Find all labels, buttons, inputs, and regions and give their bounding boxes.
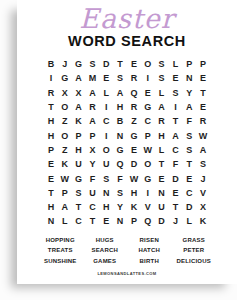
grid-cell-f7: G (113, 143, 127, 157)
grid-cell-f1: T (113, 57, 127, 71)
grid-cell-k12: L (182, 214, 196, 228)
grid-cell-j6: A (168, 128, 182, 142)
grid-cell-k11: D (182, 200, 196, 214)
grid-cell-k9: E (182, 171, 196, 185)
page-title-heading: WORD SEARCH (17, 34, 237, 49)
grid-cell-l8: S (196, 157, 210, 171)
grid-cell-k6: S (182, 128, 196, 142)
grid-cell-b6: O (58, 128, 72, 142)
grid-cell-a10: T (44, 186, 58, 200)
grid-cell-e1: D (99, 57, 113, 71)
grid-cell-j9: D (168, 171, 182, 185)
grid-cell-k1: P (182, 57, 196, 71)
grid-cell-k5: F (182, 114, 196, 128)
grid-cell-h10: I (141, 186, 155, 200)
grid-cell-c11: T (72, 200, 86, 214)
grid-cell-l10: V (196, 186, 210, 200)
grid-cell-c6: P (72, 128, 86, 142)
grid-cell-h4: G (141, 100, 155, 114)
grid-cell-e8: U (99, 157, 113, 171)
grid-cell-c10: S (72, 186, 86, 200)
grid-cell-d1: S (85, 57, 99, 71)
grid-cell-h5: C (141, 114, 155, 128)
page-title-script: Easter (17, 3, 237, 34)
grid-cell-b9: W (58, 171, 72, 185)
grid-cell-a6: H (44, 128, 58, 142)
word-list-item-delicious: DELICIOUS (177, 258, 211, 264)
grid-cell-h3: E (141, 86, 155, 100)
grid-cell-j4: I (168, 100, 182, 114)
grid-cell-k4: A (182, 100, 196, 114)
grid-cell-h7: W (141, 143, 155, 157)
grid-cell-i5: R (155, 114, 169, 128)
grid-cell-j2: E (168, 71, 182, 85)
grid-cell-d5: A (85, 114, 99, 128)
grid-cell-e6: I (99, 128, 113, 142)
grid-cell-g10: H (127, 186, 141, 200)
grid-cell-d4: R (85, 100, 99, 114)
grid-cell-c9: G (72, 171, 86, 185)
grid-cell-a12: N (44, 214, 58, 228)
grid-cell-f9: F (113, 171, 127, 185)
grid-cell-b1: J (58, 57, 72, 71)
grid-cell-f12: N (113, 214, 127, 228)
grid-cell-c7: H (72, 143, 86, 157)
grid-cell-e12: E (99, 214, 113, 228)
grid-cell-c2: A (72, 71, 86, 85)
grid-cell-d2: M (85, 71, 99, 85)
grid-cell-i2: S (155, 71, 169, 85)
grid-cell-j5: T (168, 114, 182, 128)
grid-cell-i8: T (155, 157, 169, 171)
word-list-item-risen: RISEN (140, 237, 159, 243)
grid-cell-e9: S (99, 171, 113, 185)
grid-cell-f10: S (113, 186, 127, 200)
grid-cell-e7: O (99, 143, 113, 157)
grid-cell-b2: G (58, 71, 72, 85)
grid-cell-f2: S (113, 71, 127, 85)
grid-cell-i3: L (155, 86, 169, 100)
grid-cell-h9: G (141, 171, 155, 185)
grid-cell-h2: I (141, 71, 155, 85)
grid-cell-d6: P (85, 128, 99, 142)
grid-cell-j12: J (168, 214, 182, 228)
grid-cell-b10: P (58, 186, 72, 200)
word-list-item-grass: GRASS (183, 237, 205, 243)
grid-cell-a2: I (44, 71, 58, 85)
grid-cell-i6: H (155, 128, 169, 142)
grid-cell-l6: W (196, 128, 210, 142)
grid-cell-l7: A (196, 143, 210, 157)
screenshot-stage: Easter WORD SEARCH BJGSDTEOSLPPIGAMESRIS… (0, 0, 237, 300)
grid-cell-e2: E (99, 71, 113, 85)
grid-cell-e11: H (99, 200, 113, 214)
grid-cell-e5: C (99, 114, 113, 128)
grid-cell-k2: N (182, 71, 196, 85)
grid-cell-b4: O (58, 100, 72, 114)
grid-cell-l9: J (196, 171, 210, 185)
grid-cell-g12: P (127, 214, 141, 228)
grid-cell-a8: E (44, 157, 58, 171)
word-list-item-search: SEARCH (91, 247, 118, 253)
worksheet-page: Easter WORD SEARCH BJGSDTEOSLPPIGAMESRIS… (17, 0, 237, 284)
grid-cell-a3: R (44, 86, 58, 100)
grid-cell-b8: K (58, 157, 72, 171)
grid-cell-a4: T (44, 100, 58, 114)
grid-cell-f3: A (113, 86, 127, 100)
word-list-item-peter: PETER (183, 247, 204, 253)
grid-cell-j7: C (168, 143, 182, 157)
grid-cell-i1: S (155, 57, 169, 71)
word-list-item-birth: BIRTH (140, 258, 159, 264)
grid-cell-d10: U (85, 186, 99, 200)
grid-cell-l4: E (196, 100, 210, 114)
grid-cell-j1: L (168, 57, 182, 71)
grid-cell-c4: A (72, 100, 86, 114)
grid-cell-l1: P (196, 57, 210, 71)
word-list: HOPPINGHUGSRISENGRASSTREATSSEARCHHATCHPE… (38, 237, 216, 264)
grid-cell-g4: R (127, 100, 141, 114)
grid-cell-l12: K (196, 214, 210, 228)
grid-cell-g11: K (127, 200, 141, 214)
grid-cell-h12: Q (141, 214, 155, 228)
grid-cell-a11: H (44, 200, 58, 214)
grid-cell-i10: N (155, 186, 169, 200)
grid-cell-c1: G (72, 57, 86, 71)
grid-cell-k8: T (182, 157, 196, 171)
grid-cell-i12: D (155, 214, 169, 228)
grid-cell-c3: X (72, 86, 86, 100)
grid-cell-b11: A (58, 200, 72, 214)
grid-cell-b3: X (58, 86, 72, 100)
grid-cell-k10: C (182, 186, 196, 200)
grid-cell-k3: Y (182, 86, 196, 100)
grid-cell-a7: P (44, 143, 58, 157)
grid-cell-h6: P (141, 128, 155, 142)
grid-cell-g6: G (127, 128, 141, 142)
grid-cell-f6: N (113, 128, 127, 142)
grid-cell-d9: F (85, 171, 99, 185)
grid-cell-c12: C (72, 214, 86, 228)
word-list-item-treats: TREATS (48, 247, 73, 253)
grid-cell-d8: Y (85, 157, 99, 171)
grid-cell-j11: T (168, 200, 182, 214)
grid-cell-a5: H (44, 114, 58, 128)
grid-cell-g9: W (127, 171, 141, 185)
grid-cell-e3: L (99, 86, 113, 100)
grid-cell-f4: H (113, 100, 127, 114)
grid-cell-j3: S (168, 86, 182, 100)
grid-cell-g5: Z (127, 114, 141, 128)
grid-cell-c8: U (72, 157, 86, 171)
grid-cell-i11: U (155, 200, 169, 214)
grid-cell-l2: E (196, 71, 210, 85)
grid-cell-e10: N (99, 186, 113, 200)
word-list-item-games: GAMES (93, 258, 116, 264)
grid-cell-b5: Z (58, 114, 72, 128)
grid-cell-a9: E (44, 171, 58, 185)
grid-cell-d3: A (85, 86, 99, 100)
grid-cell-f5: B (113, 114, 127, 128)
grid-cell-g3: Q (127, 86, 141, 100)
grid-cell-i9: E (155, 171, 169, 185)
grid-cell-h11: V (141, 200, 155, 214)
grid-cell-h1: O (141, 57, 155, 71)
grid-cell-l11: X (196, 200, 210, 214)
grid-cell-g8: D (127, 157, 141, 171)
grid-cell-f8: Q (113, 157, 127, 171)
word-list-item-hopping: HOPPING (46, 237, 75, 243)
grid-cell-i7: L (155, 143, 169, 157)
grid-cell-i4: A (155, 100, 169, 114)
grid-cell-e4: I (99, 100, 113, 114)
letter-grid: BJGSDTEOSLPPIGAMESRISENERXXALAQELSYTTOAR… (44, 57, 210, 229)
grid-cell-j10: E (168, 186, 182, 200)
grid-cell-k7: S (182, 143, 196, 157)
grid-cell-j8: F (168, 157, 182, 171)
grid-cell-l3: T (196, 86, 210, 100)
word-list-item-hatch: HATCH (138, 247, 160, 253)
grid-cell-f11: Y (113, 200, 127, 214)
grid-cell-d12: T (85, 214, 99, 228)
grid-cell-g7: E (127, 143, 141, 157)
grid-cell-d11: C (85, 200, 99, 214)
footer-site-url: LEMONSANDLATTES.COM (17, 271, 237, 276)
grid-cell-l5: R (196, 114, 210, 128)
grid-cell-b7: Z (58, 143, 72, 157)
grid-cell-g1: E (127, 57, 141, 71)
word-list-item-sunshine: SUNSHINE (44, 258, 77, 264)
grid-cell-g2: R (127, 71, 141, 85)
grid-cell-d7: X (85, 143, 99, 157)
word-list-item-hugs: HUGS (96, 237, 114, 243)
grid-cell-b12: L (58, 214, 72, 228)
grid-cell-c5: K (72, 114, 86, 128)
grid-cell-a1: B (44, 57, 58, 71)
grid-cell-h8: O (141, 157, 155, 171)
